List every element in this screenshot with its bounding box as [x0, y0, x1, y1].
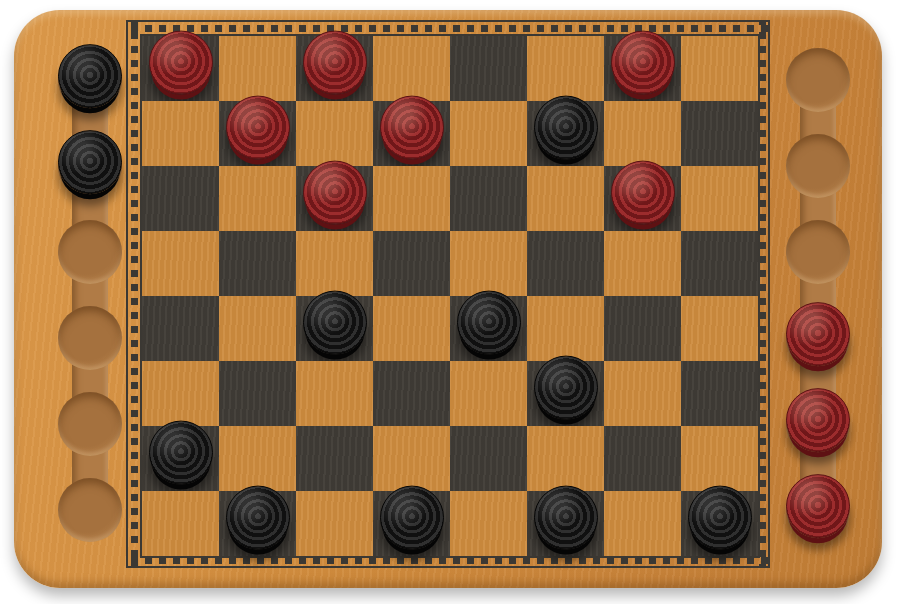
board-square[interactable] [296, 426, 373, 491]
board-square[interactable] [450, 361, 527, 426]
board-square[interactable] [373, 296, 450, 361]
board-square[interactable] [219, 231, 296, 296]
checker-piece-black[interactable] [303, 290, 367, 354]
board-square[interactable] [681, 36, 758, 101]
board-square[interactable] [219, 166, 296, 231]
board-square[interactable] [219, 426, 296, 491]
board-square[interactable] [373, 426, 450, 491]
left-tray-channel [72, 58, 108, 532]
checker-piece-black[interactable] [534, 95, 598, 159]
board-square[interactable] [296, 361, 373, 426]
tray-slot [58, 48, 122, 112]
board-square[interactable] [142, 426, 219, 491]
board-square[interactable] [296, 166, 373, 231]
board-square[interactable] [142, 36, 219, 101]
right-tray [783, 40, 853, 550]
board-square[interactable] [527, 101, 604, 166]
board-square[interactable] [142, 296, 219, 361]
board-square[interactable] [373, 231, 450, 296]
board-square[interactable] [142, 491, 219, 556]
board-square[interactable] [373, 361, 450, 426]
board-square[interactable] [450, 491, 527, 556]
board-square[interactable] [296, 296, 373, 361]
board-square[interactable] [142, 101, 219, 166]
checker-piece-red[interactable] [786, 474, 850, 538]
board-square[interactable] [142, 231, 219, 296]
board-square[interactable] [296, 101, 373, 166]
checker-piece-black[interactable] [380, 485, 444, 549]
board-square[interactable] [373, 101, 450, 166]
board-square[interactable] [450, 426, 527, 491]
board-square[interactable] [604, 491, 681, 556]
tray-slot [786, 220, 850, 284]
checker-piece-red[interactable] [226, 95, 290, 159]
board-square[interactable] [527, 491, 604, 556]
board-square[interactable] [681, 296, 758, 361]
board-square[interactable] [450, 166, 527, 231]
checker-piece-black[interactable] [58, 44, 122, 108]
checker-piece-red[interactable] [611, 160, 675, 224]
board-square[interactable] [527, 166, 604, 231]
border-ribbon-top [128, 22, 768, 34]
tray-slot [786, 134, 850, 198]
tray-slot [58, 220, 122, 284]
board-square[interactable] [219, 491, 296, 556]
board-square[interactable] [450, 101, 527, 166]
board-square[interactable] [681, 166, 758, 231]
board-square[interactable] [681, 426, 758, 491]
board-square[interactable] [681, 101, 758, 166]
board-square[interactable] [450, 296, 527, 361]
checker-piece-black[interactable] [149, 420, 213, 484]
tray-slot [786, 306, 850, 370]
board-square[interactable] [527, 361, 604, 426]
tray-slot [786, 392, 850, 456]
checker-piece-black[interactable] [457, 290, 521, 354]
board-square[interactable] [681, 231, 758, 296]
board-square[interactable] [604, 101, 681, 166]
checker-piece-red[interactable] [149, 30, 213, 94]
board-square[interactable] [604, 296, 681, 361]
board-square[interactable] [219, 296, 296, 361]
board-square[interactable] [527, 36, 604, 101]
board-square[interactable] [219, 36, 296, 101]
left-tray [55, 40, 125, 550]
tray-slot [58, 306, 122, 370]
border-ribbon-left [128, 22, 140, 566]
checker-piece-black[interactable] [226, 485, 290, 549]
board-square[interactable] [142, 166, 219, 231]
checker-piece-red[interactable] [303, 160, 367, 224]
board-square[interactable] [681, 361, 758, 426]
product-photo-stage [0, 0, 904, 604]
board-square[interactable] [219, 361, 296, 426]
tray-slot [786, 478, 850, 542]
checker-piece-black[interactable] [58, 130, 122, 194]
checker-piece-red[interactable] [303, 30, 367, 94]
board-square[interactable] [604, 231, 681, 296]
right-tray-channel [800, 58, 836, 532]
checker-piece-red[interactable] [786, 302, 850, 366]
board-square[interactable] [604, 36, 681, 101]
checker-piece-black[interactable] [688, 485, 752, 549]
board-square[interactable] [604, 426, 681, 491]
checker-piece-black[interactable] [534, 355, 598, 419]
board-square[interactable] [527, 231, 604, 296]
board-square[interactable] [296, 491, 373, 556]
board-square[interactable] [142, 361, 219, 426]
board-square[interactable] [681, 491, 758, 556]
checker-piece-red[interactable] [786, 388, 850, 452]
board-square[interactable] [527, 426, 604, 491]
tray-slot [786, 48, 850, 112]
board-square[interactable] [296, 231, 373, 296]
checker-piece-red[interactable] [611, 30, 675, 94]
checker-piece-black[interactable] [534, 485, 598, 549]
tray-slot [58, 134, 122, 198]
tray-slot [58, 478, 122, 542]
board-square[interactable] [296, 36, 373, 101]
checkers-board [14, 10, 882, 588]
board-square[interactable] [604, 361, 681, 426]
board-square[interactable] [219, 101, 296, 166]
board-square[interactable] [604, 166, 681, 231]
checker-piece-red[interactable] [380, 95, 444, 159]
tray-slot [58, 392, 122, 456]
board-square[interactable] [373, 166, 450, 231]
board-square[interactable] [373, 36, 450, 101]
board-square[interactable] [527, 296, 604, 361]
board-grid [140, 34, 760, 558]
board-square[interactable] [450, 36, 527, 101]
board-square[interactable] [450, 231, 527, 296]
board-square[interactable] [373, 491, 450, 556]
